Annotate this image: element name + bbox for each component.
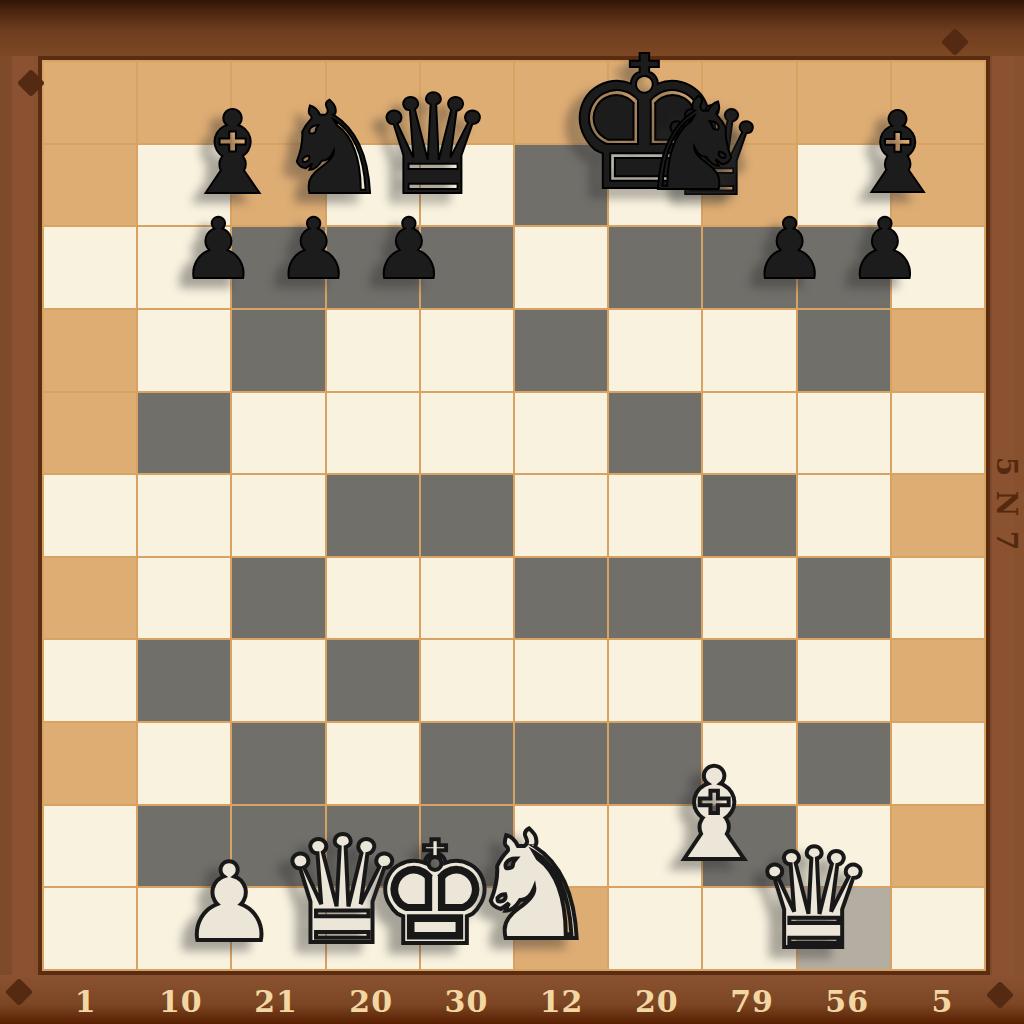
- square-r5c2[interactable]: [232, 475, 324, 556]
- square-r6c7[interactable]: [703, 558, 795, 639]
- square-r4c2[interactable]: [232, 393, 324, 474]
- square-r3c7[interactable]: [703, 310, 795, 391]
- square-r0c0[interactable]: [44, 62, 136, 143]
- square-r7c7[interactable]: [703, 640, 795, 721]
- square-r10c4[interactable]: [421, 888, 513, 969]
- square-r2c4[interactable]: [421, 227, 513, 308]
- file-label-1: 10: [159, 984, 203, 1019]
- square-r4c9[interactable]: [892, 393, 984, 474]
- square-r3c8[interactable]: [798, 310, 890, 391]
- square-r5c6[interactable]: [609, 475, 701, 556]
- file-label-3: 20: [349, 984, 393, 1019]
- square-r0c6[interactable]: [609, 62, 701, 143]
- wooden-frame-bottom: [0, 975, 1024, 1024]
- square-r7c3[interactable]: [327, 640, 419, 721]
- square-r3c1[interactable]: [138, 310, 230, 391]
- square-r0c4[interactable]: [421, 62, 513, 143]
- file-label-8: 56: [825, 984, 869, 1019]
- file-label-7: 79: [730, 984, 774, 1019]
- square-r6c5[interactable]: [515, 558, 607, 639]
- square-r9c4[interactable]: [421, 806, 513, 887]
- square-r5c5[interactable]: [515, 475, 607, 556]
- file-label-2: 21: [254, 984, 298, 1019]
- square-r1c8[interactable]: [798, 145, 890, 226]
- square-r9c8[interactable]: [798, 806, 890, 887]
- square-r8c1[interactable]: [138, 723, 230, 804]
- square-r2c5[interactable]: [515, 227, 607, 308]
- square-r4c3[interactable]: [327, 393, 419, 474]
- square-r3c5[interactable]: [515, 310, 607, 391]
- file-label-5: 12: [540, 984, 584, 1019]
- file-label-6: 20: [635, 984, 679, 1019]
- square-r10c5[interactable]: [515, 888, 607, 969]
- square-r10c7[interactable]: [703, 888, 795, 969]
- square-r1c4[interactable]: [421, 145, 513, 226]
- square-r9c9[interactable]: [892, 806, 984, 887]
- square-r8c7[interactable]: [703, 723, 795, 804]
- square-r1c1[interactable]: [138, 145, 230, 226]
- chess-board[interactable]: [38, 56, 990, 975]
- square-r7c5[interactable]: [515, 640, 607, 721]
- square-r7c8[interactable]: [798, 640, 890, 721]
- square-r6c9[interactable]: [892, 558, 984, 639]
- square-r5c0[interactable]: [44, 475, 136, 556]
- square-r2c8[interactable]: [798, 227, 890, 308]
- square-r1c9[interactable]: [892, 145, 984, 226]
- square-r10c6[interactable]: [609, 888, 701, 969]
- square-r10c9[interactable]: [892, 888, 984, 969]
- square-r9c1[interactable]: [138, 806, 230, 887]
- square-r3c0[interactable]: [44, 310, 136, 391]
- square-r4c6[interactable]: [609, 393, 701, 474]
- square-r4c4[interactable]: [421, 393, 513, 474]
- square-r1c3[interactable]: [327, 145, 419, 226]
- square-r2c3[interactable]: [327, 227, 419, 308]
- square-r7c9[interactable]: [892, 640, 984, 721]
- square-r9c2[interactable]: [232, 806, 324, 887]
- square-r1c2[interactable]: [232, 145, 324, 226]
- square-r6c1[interactable]: [138, 558, 230, 639]
- square-r5c4[interactable]: [421, 475, 513, 556]
- square-r9c3[interactable]: [327, 806, 419, 887]
- square-r2c7[interactable]: [703, 227, 795, 308]
- square-r3c2[interactable]: [232, 310, 324, 391]
- square-r10c0[interactable]: [44, 888, 136, 969]
- square-r1c5[interactable]: [515, 145, 607, 226]
- square-r5c3[interactable]: [327, 475, 419, 556]
- square-r9c6[interactable]: [609, 806, 701, 887]
- square-r2c0[interactable]: [44, 227, 136, 308]
- square-r6c6[interactable]: [609, 558, 701, 639]
- square-r0c1[interactable]: [138, 62, 230, 143]
- frame-side-text: 5N7: [992, 450, 1022, 557]
- square-r5c1[interactable]: [138, 475, 230, 556]
- square-r0c8[interactable]: [798, 62, 890, 143]
- square-r2c6[interactable]: [609, 227, 701, 308]
- frame-side-char-0: 5: [990, 457, 1023, 476]
- square-r6c4[interactable]: [421, 558, 513, 639]
- square-r6c3[interactable]: [327, 558, 419, 639]
- square-r8c4[interactable]: [421, 723, 513, 804]
- square-r8c0[interactable]: [44, 723, 136, 804]
- square-r5c7[interactable]: [703, 475, 795, 556]
- frame-side-char-1: N: [991, 491, 1024, 517]
- square-r0c5[interactable]: [515, 62, 607, 143]
- square-r4c8[interactable]: [798, 393, 890, 474]
- wooden-frame-top: [0, 0, 1024, 56]
- square-r8c5[interactable]: [515, 723, 607, 804]
- square-r4c5[interactable]: [515, 393, 607, 474]
- square-r8c8[interactable]: [798, 723, 890, 804]
- square-r0c2[interactable]: [232, 62, 324, 143]
- frame-side-char-2: 7: [990, 531, 1023, 550]
- square-r3c4[interactable]: [421, 310, 513, 391]
- square-r2c1[interactable]: [138, 227, 230, 308]
- square-r4c1[interactable]: [138, 393, 230, 474]
- square-r8c2[interactable]: [232, 723, 324, 804]
- square-r7c1[interactable]: [138, 640, 230, 721]
- square-r1c7[interactable]: [703, 145, 795, 226]
- file-label-9: 5: [931, 984, 953, 1019]
- square-r7c2[interactable]: [232, 640, 324, 721]
- square-r0c7[interactable]: [703, 62, 795, 143]
- square-r10c3[interactable]: [327, 888, 419, 969]
- square-r8c6[interactable]: [609, 723, 701, 804]
- square-r6c0[interactable]: [44, 558, 136, 639]
- square-r8c3[interactable]: [327, 723, 419, 804]
- square-r2c9[interactable]: [892, 227, 984, 308]
- square-r2c2[interactable]: [232, 227, 324, 308]
- square-r7c6[interactable]: [609, 640, 701, 721]
- square-r7c0[interactable]: [44, 640, 136, 721]
- square-r7c4[interactable]: [421, 640, 513, 721]
- square-r3c9[interactable]: [892, 310, 984, 391]
- square-r10c2[interactable]: [232, 888, 324, 969]
- square-r10c1[interactable]: [138, 888, 230, 969]
- square-r9c0[interactable]: [44, 806, 136, 887]
- square-r10c8[interactable]: [798, 888, 890, 969]
- square-r8c9[interactable]: [892, 723, 984, 804]
- square-r4c7[interactable]: [703, 393, 795, 474]
- square-r6c8[interactable]: [798, 558, 890, 639]
- file-label-0: 1: [75, 984, 97, 1019]
- square-r1c0[interactable]: [44, 145, 136, 226]
- square-r3c3[interactable]: [327, 310, 419, 391]
- square-r9c5[interactable]: [515, 806, 607, 887]
- square-r0c9[interactable]: [892, 62, 984, 143]
- square-r4c0[interactable]: [44, 393, 136, 474]
- square-r9c7[interactable]: [703, 806, 795, 887]
- file-label-4: 30: [445, 984, 489, 1019]
- square-r5c9[interactable]: [892, 475, 984, 556]
- square-r1c6[interactable]: [609, 145, 701, 226]
- square-r3c6[interactable]: [609, 310, 701, 391]
- square-r5c8[interactable]: [798, 475, 890, 556]
- square-r6c2[interactable]: [232, 558, 324, 639]
- square-r0c3[interactable]: [327, 62, 419, 143]
